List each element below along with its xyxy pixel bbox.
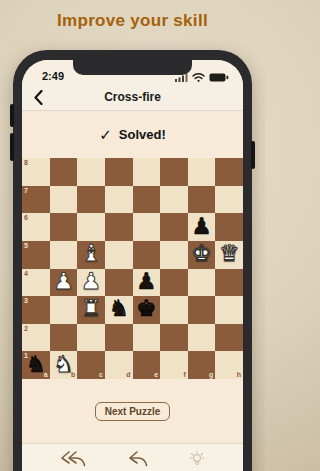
undo-icon	[127, 450, 148, 467]
black-knight[interactable]: ♞	[108, 297, 129, 320]
file-label: c	[99, 371, 103, 378]
nav-bar: Cross-fire	[22, 84, 243, 111]
square-d4[interactable]	[105, 269, 133, 297]
undo-button[interactable]	[127, 450, 148, 470]
check-icon: ✓	[99, 126, 112, 144]
square-h4[interactable]	[215, 269, 243, 297]
below-board-area: Next Puzzle	[22, 379, 243, 443]
square-a8[interactable]: 8	[22, 158, 50, 186]
square-f1[interactable]: f	[160, 351, 188, 379]
puzzle-title: Cross-fire	[104, 90, 161, 104]
square-g4[interactable]	[188, 269, 216, 297]
square-e8[interactable]	[133, 158, 161, 186]
square-c7[interactable]	[77, 186, 105, 214]
white-pawn[interactable]: ♟	[81, 270, 102, 293]
square-a5[interactable]: 5	[22, 241, 50, 269]
white-rook[interactable]: ♜	[81, 297, 102, 320]
black-pawn[interactable]: ♟	[191, 215, 212, 238]
white-king[interactable]: ♚	[191, 242, 212, 265]
square-f8[interactable]	[160, 158, 188, 186]
square-b2[interactable]	[50, 324, 78, 352]
rank-label: 7	[24, 187, 28, 194]
square-h5[interactable]: ♛	[215, 241, 243, 269]
undo-all-icon	[60, 450, 86, 467]
file-label: d	[126, 371, 130, 378]
square-d2[interactable]	[105, 324, 133, 352]
square-g1[interactable]: g	[188, 351, 216, 379]
square-g6[interactable]: ♟	[188, 213, 216, 241]
black-knight[interactable]: ♞	[26, 353, 47, 376]
square-c6[interactable]	[77, 213, 105, 241]
square-c2[interactable]	[77, 324, 105, 352]
black-king[interactable]: ♚	[136, 297, 157, 320]
black-pawn[interactable]: ♟	[136, 270, 157, 293]
file-label: h	[237, 371, 241, 378]
chevron-left-icon	[34, 90, 43, 105]
square-h2[interactable]	[215, 324, 243, 352]
square-f4[interactable]	[160, 269, 188, 297]
square-c3[interactable]: ♜	[77, 296, 105, 324]
status-time: 2:49	[42, 70, 64, 82]
square-g2[interactable]	[188, 324, 216, 352]
square-h8[interactable]	[215, 158, 243, 186]
file-label: g	[209, 371, 213, 378]
square-h1[interactable]: h	[215, 351, 243, 379]
bottom-toolbar	[22, 443, 243, 471]
square-d1[interactable]: d	[105, 351, 133, 379]
square-b7[interactable]	[50, 186, 78, 214]
undo-all-button[interactable]	[60, 450, 86, 470]
square-f6[interactable]	[160, 213, 188, 241]
square-d8[interactable]	[105, 158, 133, 186]
square-h6[interactable]	[215, 213, 243, 241]
square-h7[interactable]	[215, 186, 243, 214]
phone-notch	[73, 60, 192, 75]
square-a2[interactable]: 2	[22, 324, 50, 352]
chessboard[interactable]: 876♟5♝♚♛4♟♟♟3♜♞♚21a♞b♞cdefgh	[22, 158, 243, 379]
white-knight[interactable]: ♞	[53, 353, 74, 376]
square-g8[interactable]	[188, 158, 216, 186]
square-e3[interactable]: ♚	[133, 296, 161, 324]
square-a1[interactable]: 1a♞	[22, 351, 50, 379]
rank-label: 5	[24, 242, 28, 249]
square-f7[interactable]	[160, 186, 188, 214]
rank-label: 2	[24, 325, 28, 332]
power-button	[251, 141, 255, 169]
square-a6[interactable]: 6	[22, 213, 50, 241]
back-button[interactable]	[29, 88, 47, 106]
rank-label: 3	[24, 297, 28, 304]
square-g7[interactable]	[188, 186, 216, 214]
square-f2[interactable]	[160, 324, 188, 352]
square-e7[interactable]	[133, 186, 161, 214]
square-d6[interactable]	[105, 213, 133, 241]
square-g5[interactable]: ♚	[188, 241, 216, 269]
square-d7[interactable]	[105, 186, 133, 214]
square-b3[interactable]	[50, 296, 78, 324]
page-title: Improve your skill	[0, 11, 265, 31]
next-puzzle-button[interactable]: Next Puzzle	[95, 402, 171, 421]
phone-frame: 2:49	[13, 50, 252, 471]
square-c8[interactable]	[77, 158, 105, 186]
square-b5[interactable]	[50, 241, 78, 269]
square-c1[interactable]: c	[77, 351, 105, 379]
square-a7[interactable]: 7	[22, 186, 50, 214]
volume-up-button	[10, 104, 14, 127]
hint-button[interactable]	[189, 450, 205, 470]
app-screen: 2:49	[22, 60, 243, 471]
square-c4[interactable]: ♟	[77, 269, 105, 297]
square-e5[interactable]	[133, 241, 161, 269]
white-bishop[interactable]: ♝	[81, 242, 102, 265]
white-pawn[interactable]: ♟	[53, 270, 74, 293]
square-b1[interactable]: b♞	[50, 351, 78, 379]
square-e6[interactable]	[133, 213, 161, 241]
rank-label: 4	[24, 270, 28, 277]
white-queen[interactable]: ♛	[219, 242, 240, 265]
volume-down-button	[10, 133, 14, 161]
square-e4[interactable]: ♟	[133, 269, 161, 297]
square-f3[interactable]	[160, 296, 188, 324]
square-b4[interactable]: ♟	[50, 269, 78, 297]
square-e1[interactable]: e	[133, 351, 161, 379]
file-label: e	[154, 371, 158, 378]
file-label: f	[183, 371, 185, 378]
solved-label: Solved!	[119, 127, 166, 142]
rank-label: 8	[24, 159, 28, 166]
square-h3[interactable]	[215, 296, 243, 324]
rank-label: 6	[24, 214, 28, 221]
square-b8[interactable]	[50, 158, 78, 186]
square-a4[interactable]: 4	[22, 269, 50, 297]
square-b6[interactable]	[50, 213, 78, 241]
hint-bulb-icon	[189, 450, 205, 467]
square-e2[interactable]	[133, 324, 161, 352]
square-c5[interactable]: ♝	[77, 241, 105, 269]
square-f5[interactable]	[160, 241, 188, 269]
wifi-icon	[192, 73, 205, 82]
solved-status: ✓ Solved!	[22, 111, 243, 158]
square-a3[interactable]: 3	[22, 296, 50, 324]
square-g3[interactable]	[188, 296, 216, 324]
battery-icon	[209, 73, 229, 82]
square-d3[interactable]: ♞	[105, 296, 133, 324]
square-d5[interactable]	[105, 241, 133, 269]
